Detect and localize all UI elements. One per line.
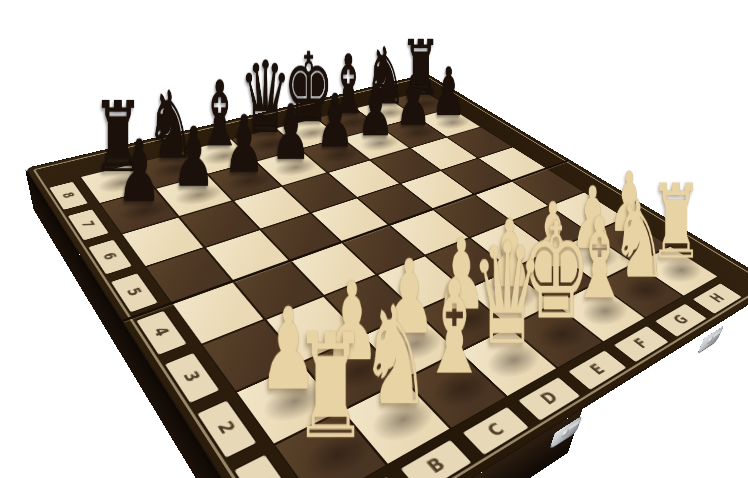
rank-label-7: 7 bbox=[68, 209, 109, 240]
file-label-g: G bbox=[655, 303, 708, 337]
black-pawn-icon: ♟ bbox=[357, 75, 394, 146]
white-knight-icon: ♞ bbox=[360, 289, 431, 426]
chess-board: 87654321 ABCDEFGH ♜♞♝♛♚♝♞♜♟♟♟♟♟♟♟♟♟♟♟♟♟♟… bbox=[25, 74, 748, 478]
square-b6[interactable] bbox=[180, 201, 258, 246]
scene: 87654321 ABCDEFGH ♜♞♝♛♚♝♞♜♟♟♟♟♟♟♟♟♟♟♟♟♟♟… bbox=[0, 0, 748, 478]
black-pawn-icon: ♟ bbox=[117, 128, 162, 214]
black-pawn-icon: ♟ bbox=[224, 105, 265, 184]
rank-label-3: 3 bbox=[165, 353, 220, 403]
rank-label-5: 5 bbox=[111, 273, 158, 312]
file-label-f: F bbox=[613, 326, 669, 363]
black-pawn-icon: ♟ bbox=[271, 94, 311, 170]
black-pawn-icon: ♟ bbox=[172, 116, 215, 198]
file-label-h: H bbox=[692, 283, 742, 314]
rank-label-6: 6 bbox=[88, 240, 132, 275]
black-pawn-icon: ♟ bbox=[432, 59, 467, 126]
product-photo: 87654321 ABCDEFGH ♜♞♝♛♚♝♞♜♟♟♟♟♟♟♟♟♟♟♟♟♟♟… bbox=[0, 0, 748, 478]
rank-label-4: 4 bbox=[136, 311, 187, 355]
metal-latch-icon bbox=[697, 326, 723, 354]
black-pawn-icon: ♟ bbox=[316, 84, 354, 158]
black-pawn-icon: ♟ bbox=[395, 67, 431, 136]
rank-label-8: 8 bbox=[49, 182, 88, 210]
white-rook-icon: ♜ bbox=[293, 316, 368, 461]
